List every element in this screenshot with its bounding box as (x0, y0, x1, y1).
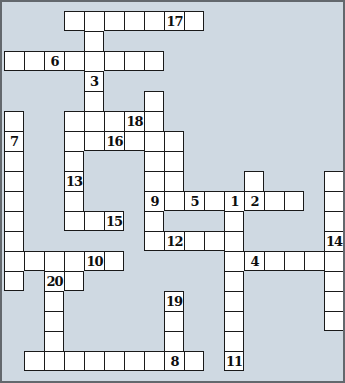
blocked-cell-r7c6 (124, 151, 144, 171)
blocked-cell-r15c5 (104, 311, 124, 331)
blocked-cell-r2c15 (304, 51, 324, 71)
blocked-cell-r14c7 (144, 291, 164, 311)
blocked-cell-r7c13 (264, 151, 284, 171)
grid-cell-r9c7[interactable]: 9 (144, 191, 164, 211)
blocked-cell-r15c3 (64, 311, 84, 331)
blocked-cell-r1c7 (144, 31, 164, 51)
grid-cell-r2c5[interactable] (104, 51, 124, 71)
blocked-cell-r12c8 (164, 251, 184, 271)
blocked-cell-r6c16 (324, 131, 344, 151)
clue-number-4: 4 (250, 255, 258, 268)
blocked-cell-r15c0 (4, 311, 24, 331)
grid-cell-r12c14[interactable] (284, 251, 304, 271)
grid-cell-r6c6[interactable] (124, 131, 144, 151)
grid-cell-r6c0[interactable]: 7 (4, 131, 24, 151)
crossword-board: 1763187161395121512141042019811 (2, 2, 345, 383)
blocked-cell-r14c5 (104, 291, 124, 311)
blocked-cell-r10c9 (184, 211, 204, 231)
blocked-cell-r8c1 (24, 171, 44, 191)
blocked-cell-r13c14 (284, 271, 304, 291)
blocked-cell-r13c5 (104, 271, 124, 291)
grid-cell-r1c4[interactable] (84, 31, 104, 51)
blocked-cell-r6c9 (184, 131, 204, 151)
blocked-cell-r7c15 (304, 151, 324, 171)
grid-cell-r0c8[interactable]: 17 (164, 11, 184, 31)
blocked-cell-r16c1 (24, 331, 44, 351)
grid-cell-r15c11[interactable] (224, 311, 244, 331)
blocked-cell-r3c16 (324, 71, 344, 91)
grid-cell-r15c8[interactable] (164, 311, 184, 331)
blocked-cell-r10c13 (264, 211, 284, 231)
blocked-cell-r16c12 (244, 331, 264, 351)
blocked-cell-r8c13 (264, 171, 284, 191)
grid-cell-r14c11[interactable] (224, 291, 244, 311)
blocked-cell-r1c15 (304, 31, 324, 51)
blocked-cell-r16c6 (124, 331, 144, 351)
grid-cell-r13c16[interactable] (324, 271, 344, 291)
blocked-cell-r17c0 (4, 351, 24, 371)
blocked-cell-r7c14 (284, 151, 304, 171)
blocked-cell-r3c11 (224, 71, 244, 91)
blocked-cell-r7c10 (204, 151, 224, 171)
blocked-cell-r13c10 (204, 271, 224, 291)
grid-cell-r2c0[interactable] (4, 51, 24, 71)
grid-cell-r7c0[interactable] (4, 151, 24, 171)
blocked-cell-r9c4 (84, 191, 104, 211)
grid-cell-r0c7[interactable] (144, 11, 164, 31)
grid-cell-r4c4[interactable] (84, 91, 104, 111)
blocked-cell-r0c16 (324, 11, 344, 31)
grid-cell-r11c9[interactable] (184, 231, 204, 251)
blocked-cell-r5c12 (244, 111, 264, 131)
blocked-cell-r5c10 (204, 111, 224, 131)
grid-cell-r14c16[interactable] (324, 291, 344, 311)
blocked-cell-r4c11 (224, 91, 244, 111)
blocked-cell-r7c9 (184, 151, 204, 171)
blocked-cell-r4c0 (4, 91, 24, 111)
grid-cell-r5c4[interactable] (84, 111, 104, 131)
blocked-cell-r17c13 (264, 351, 284, 371)
grid-cell-r2c1[interactable] (24, 51, 44, 71)
grid-cell-r12c13[interactable] (264, 251, 284, 271)
blocked-cell-r1c16 (324, 31, 344, 51)
grid-cell-r15c2[interactable] (44, 311, 64, 331)
blocked-cell-r0c12 (244, 11, 264, 31)
grid-cell-r17c7[interactable] (144, 351, 164, 371)
blocked-cell-r6c11 (224, 131, 244, 151)
blocked-cell-r17c10 (204, 351, 224, 371)
blocked-cell-r16c3 (64, 331, 84, 351)
blocked-cell-r14c9 (184, 291, 204, 311)
grid-cell-r7c7[interactable] (144, 151, 164, 171)
blocked-cell-r3c8 (164, 71, 184, 91)
grid-cell-r10c0[interactable] (4, 211, 24, 231)
blocked-cell-r16c15 (304, 331, 324, 351)
grid-cell-r0c3[interactable] (64, 11, 84, 31)
grid-cell-r12c16[interactable] (324, 251, 344, 271)
clue-number-8: 8 (170, 355, 178, 368)
grid-cell-r10c7[interactable] (144, 211, 164, 231)
blocked-cell-r13c4 (84, 271, 104, 291)
blocked-cell-r10c15 (304, 211, 324, 231)
clue-number-9: 9 (150, 195, 158, 208)
grid-cell-r17c3[interactable] (64, 351, 84, 371)
clue-number-6: 6 (50, 55, 58, 68)
grid-cell-r9c13[interactable] (264, 191, 284, 211)
grid-cell-r17c9[interactable] (184, 351, 204, 371)
grid-cell-r12c15[interactable] (304, 251, 324, 271)
grid-cell-r10c11[interactable] (224, 211, 244, 231)
blocked-cell-r3c10 (204, 71, 224, 91)
blocked-cell-r1c10 (204, 31, 224, 51)
blocked-cell-r16c10 (204, 331, 224, 351)
blocked-cell-r3c3 (64, 71, 84, 91)
blocked-cell-r10c1 (24, 211, 44, 231)
blocked-cell-r6c13 (264, 131, 284, 151)
grid-cell-r9c16[interactable] (324, 191, 344, 211)
grid-cell-r9c11[interactable]: 1 (224, 191, 244, 211)
blocked-cell-r10c2 (44, 211, 64, 231)
blocked-cell-r3c7 (144, 71, 164, 91)
blocked-cell-r4c15 (304, 91, 324, 111)
grid-cell-r10c3[interactable] (64, 211, 84, 231)
grid-cell-r6c4[interactable] (84, 131, 104, 151)
grid-cell-r2c6[interactable] (124, 51, 144, 71)
blocked-cell-r2c16 (324, 51, 344, 71)
blocked-cell-r10c12 (244, 211, 264, 231)
blocked-cell-r16c14 (284, 331, 304, 351)
grid-cell-r0c6[interactable] (124, 11, 144, 31)
grid-cell-r5c3[interactable] (64, 111, 84, 131)
clue-number-2: 2 (250, 195, 258, 208)
blocked-cell-r3c6 (124, 71, 144, 91)
clue-number-18: 18 (126, 115, 142, 128)
blocked-cell-r15c1 (24, 311, 44, 331)
blocked-cell-r0c14 (284, 11, 304, 31)
blocked-cell-r4c9 (184, 91, 204, 111)
blocked-cell-r0c0 (4, 11, 24, 31)
blocked-cell-r9c15 (304, 191, 324, 211)
clue-number-10: 10 (86, 255, 102, 268)
blocked-cell-r3c13 (264, 71, 284, 91)
grid-cell-r9c3[interactable] (64, 191, 84, 211)
grid-cell-r6c5[interactable]: 16 (104, 131, 124, 151)
blocked-cell-r8c4 (84, 171, 104, 191)
blocked-cell-r10c14 (284, 211, 304, 231)
grid-cell-r7c8[interactable] (164, 151, 184, 171)
grid-cell-r11c8[interactable]: 12 (164, 231, 184, 251)
blocked-cell-r1c6 (124, 31, 144, 51)
grid-cell-r11c16[interactable]: 14 (324, 231, 344, 251)
grid-cell-r12c2[interactable] (44, 251, 64, 271)
blocked-cell-r11c4 (84, 231, 104, 251)
blocked-cell-r6c10 (204, 131, 224, 151)
grid-cell-r13c11[interactable] (224, 271, 244, 291)
blocked-cell-r14c0 (4, 291, 24, 311)
blocked-cell-r10c10 (204, 211, 224, 231)
grid-cell-r12c11[interactable] (224, 251, 244, 271)
grid-cell-r12c1[interactable] (24, 251, 44, 271)
blocked-cell-r15c14 (284, 311, 304, 331)
grid-cell-r11c0[interactable] (4, 231, 24, 251)
blocked-cell-r13c15 (304, 271, 324, 291)
blocked-cell-r4c10 (204, 91, 224, 111)
blocked-cell-r11c2 (44, 231, 64, 251)
blocked-cell-r0c11 (224, 11, 244, 31)
clue-number-16: 16 (106, 135, 122, 148)
blocked-cell-r12c10 (204, 251, 224, 271)
blocked-cell-r9c5 (104, 191, 124, 211)
blocked-cell-r13c8 (164, 271, 184, 291)
blocked-cell-r14c4 (84, 291, 104, 311)
grid-cell-r4c7[interactable] (144, 91, 164, 111)
grid-cell-r17c2[interactable] (44, 351, 64, 371)
blocked-cell-r4c5 (104, 91, 124, 111)
blocked-cell-r3c2 (44, 71, 64, 91)
grid-cell-r2c2[interactable]: 6 (44, 51, 64, 71)
grid-cell-r10c5[interactable]: 15 (104, 211, 124, 231)
grid-cell-r8c7[interactable] (144, 171, 164, 191)
blocked-cell-r9c1 (24, 191, 44, 211)
blocked-cell-r4c3 (64, 91, 84, 111)
blocked-cell-r5c9 (184, 111, 204, 131)
blocked-cell-r2c9 (184, 51, 204, 71)
blocked-cell-r3c14 (284, 71, 304, 91)
blocked-cell-r8c14 (284, 171, 304, 191)
crossword-page: { "game": "crossword", "puzzle_type": "f… (0, 0, 345, 383)
grid-cell-r8c0[interactable] (4, 171, 24, 191)
grid-cell-r11c10[interactable] (204, 231, 224, 251)
blocked-cell-r4c12 (244, 91, 264, 111)
blocked-cell-r14c1 (24, 291, 44, 311)
grid-cell-r9c10[interactable] (204, 191, 224, 211)
blocked-cell-r13c6 (124, 271, 144, 291)
blocked-cell-r16c13 (264, 331, 284, 351)
blocked-cell-r8c6 (124, 171, 144, 191)
blocked-cell-r6c12 (244, 131, 264, 151)
blocked-cell-r14c6 (124, 291, 144, 311)
blocked-cell-r6c2 (44, 131, 64, 151)
blocked-cell-r9c6 (124, 191, 144, 211)
blocked-cell-r7c16 (324, 151, 344, 171)
blocked-cell-r16c9 (184, 331, 204, 351)
clue-number-13: 13 (66, 175, 82, 188)
clue-number-17: 17 (166, 15, 182, 28)
grid-cell-r16c2[interactable] (44, 331, 64, 351)
blocked-cell-r5c14 (284, 111, 304, 131)
grid-cell-r8c16[interactable] (324, 171, 344, 191)
blocked-cell-r0c1 (24, 11, 44, 31)
blocked-cell-r4c14 (284, 91, 304, 111)
blocked-cell-r14c12 (244, 291, 264, 311)
grid-cell-r14c8[interactable]: 19 (164, 291, 184, 311)
blocked-cell-r13c12 (244, 271, 264, 291)
blocked-cell-r11c3 (64, 231, 84, 251)
grid-cell-r0c5[interactable] (104, 11, 124, 31)
grid-cell-r7c3[interactable] (64, 151, 84, 171)
clue-number-19: 19 (166, 295, 182, 308)
grid-cell-r6c3[interactable] (64, 131, 84, 151)
grid-cell-r17c6[interactable] (124, 351, 144, 371)
blocked-cell-r1c2 (44, 31, 64, 51)
grid-cell-r17c1[interactable] (24, 351, 44, 371)
clue-number-20: 20 (46, 275, 62, 288)
grid-cell-r8c3[interactable]: 13 (64, 171, 84, 191)
blocked-cell-r5c1 (24, 111, 44, 131)
blocked-cell-r11c1 (24, 231, 44, 251)
blocked-cell-r13c7 (144, 271, 164, 291)
grid-cell-r17c5[interactable] (104, 351, 124, 371)
blocked-cell-r1c8 (164, 31, 184, 51)
grid-cell-r9c9[interactable]: 5 (184, 191, 204, 211)
blocked-cell-r2c12 (244, 51, 264, 71)
blocked-cell-r3c5 (104, 71, 124, 91)
blocked-cell-r6c15 (304, 131, 324, 151)
grid-cell-r13c0[interactable] (4, 271, 24, 291)
clue-number-1: 1 (230, 195, 238, 208)
blocked-cell-r2c10 (204, 51, 224, 71)
grid-cell-r0c4[interactable] (84, 11, 104, 31)
grid-cell-r5c7[interactable] (144, 111, 164, 131)
blocked-cell-r4c1 (24, 91, 44, 111)
blocked-cell-r5c16 (324, 111, 344, 131)
grid-cell-r3c4[interactable]: 3 (84, 71, 104, 91)
blocked-cell-r4c8 (164, 91, 184, 111)
grid-cell-r0c9[interactable] (184, 11, 204, 31)
blocked-cell-r7c2 (44, 151, 64, 171)
blocked-cell-r1c14 (284, 31, 304, 51)
grid-cell-r5c6[interactable]: 18 (124, 111, 144, 131)
blocked-cell-r7c1 (24, 151, 44, 171)
blocked-cell-r2c13 (264, 51, 284, 71)
clue-number-14: 14 (326, 235, 342, 248)
grid-cell-r12c4[interactable]: 10 (84, 251, 104, 271)
grid-cell-r16c11[interactable] (224, 331, 244, 351)
blocked-cell-r4c2 (44, 91, 64, 111)
grid-cell-r17c4[interactable] (84, 351, 104, 371)
blocked-cell-r11c12 (244, 231, 264, 251)
grid-cell-r12c5[interactable] (104, 251, 124, 271)
blocked-cell-r7c4 (84, 151, 104, 171)
grid-cell-r13c3[interactable] (64, 271, 84, 291)
blocked-cell-r5c11 (224, 111, 244, 131)
blocked-cell-r15c10 (204, 311, 224, 331)
blocked-cell-r3c12 (244, 71, 264, 91)
blocked-cell-r12c6 (124, 251, 144, 271)
grid-cell-r14c2[interactable] (44, 291, 64, 311)
blocked-cell-r5c2 (44, 111, 64, 131)
blocked-cell-r4c13 (264, 91, 284, 111)
blocked-cell-r8c11 (224, 171, 244, 191)
grid-cell-r13c2[interactable]: 20 (44, 271, 64, 291)
blocked-cell-r8c5 (104, 171, 124, 191)
grid-cell-r17c11[interactable]: 11 (224, 351, 244, 371)
blocked-cell-r11c6 (124, 231, 144, 251)
grid-cell-r9c12[interactable]: 2 (244, 191, 264, 211)
grid-cell-r6c8[interactable] (164, 131, 184, 151)
grid-cell-r2c4[interactable] (84, 51, 104, 71)
grid-cell-r8c8[interactable] (164, 171, 184, 191)
grid-cell-r12c3[interactable] (64, 251, 84, 271)
blocked-cell-r15c15 (304, 311, 324, 331)
blocked-cell-r1c11 (224, 31, 244, 51)
grid-cell-r12c12[interactable]: 4 (244, 251, 264, 271)
clue-number-7: 7 (10, 135, 18, 148)
grid-cell-r12c0[interactable] (4, 251, 24, 271)
blocked-cell-r16c0 (4, 331, 24, 351)
blocked-cell-r11c14 (284, 231, 304, 251)
grid-cell-r5c5[interactable] (104, 111, 124, 131)
blocked-cell-r7c5 (104, 151, 124, 171)
blocked-cell-r1c13 (264, 31, 284, 51)
grid-cell-r11c7[interactable] (144, 231, 164, 251)
blocked-cell-r15c4 (84, 311, 104, 331)
blocked-cell-r16c4 (84, 331, 104, 351)
grid-cell-r11c11[interactable] (224, 231, 244, 251)
blocked-cell-r3c9 (184, 71, 204, 91)
blocked-cell-r13c9 (184, 271, 204, 291)
blocked-cell-r14c15 (304, 291, 324, 311)
grid-cell-r8c12[interactable] (244, 171, 264, 191)
blocked-cell-r17c15 (304, 351, 324, 371)
blocked-cell-r4c16 (324, 91, 344, 111)
blocked-cell-r6c14 (284, 131, 304, 151)
blocked-cell-r15c7 (144, 311, 164, 331)
blocked-cell-r11c15 (304, 231, 324, 251)
blocked-cell-r2c8 (164, 51, 184, 71)
blocked-cell-r11c13 (264, 231, 284, 251)
clue-number-15: 15 (106, 215, 122, 228)
crossword-grid: 1763187161395121512141042019811 (4, 11, 344, 371)
blocked-cell-r13c13 (264, 271, 284, 291)
grid-cell-r10c4[interactable] (84, 211, 104, 231)
grid-cell-r2c3[interactable] (64, 51, 84, 71)
blocked-cell-r13c1 (24, 271, 44, 291)
grid-cell-r9c14[interactable] (284, 191, 304, 211)
blocked-cell-r3c0 (4, 71, 24, 91)
blocked-cell-r17c16 (324, 351, 344, 371)
blocked-cell-r10c6 (124, 211, 144, 231)
blocked-cell-r0c15 (304, 11, 324, 31)
grid-cell-r10c16[interactable] (324, 211, 344, 231)
blocked-cell-r5c13 (264, 111, 284, 131)
blocked-cell-r14c14 (284, 291, 304, 311)
blocked-cell-r12c7 (144, 251, 164, 271)
blocked-cell-r0c2 (44, 11, 64, 31)
blocked-cell-r5c15 (304, 111, 324, 131)
grid-cell-r9c8[interactable] (164, 191, 184, 211)
blocked-cell-r8c15 (304, 171, 324, 191)
blocked-cell-r2c11 (224, 51, 244, 71)
grid-cell-r2c7[interactable] (144, 51, 164, 71)
grid-cell-r6c7[interactable] (144, 131, 164, 151)
grid-cell-r9c0[interactable] (4, 191, 24, 211)
grid-cell-r16c8[interactable] (164, 331, 184, 351)
grid-cell-r17c8[interactable]: 8 (164, 351, 184, 371)
blocked-cell-r4c6 (124, 91, 144, 111)
clue-number-5: 5 (190, 195, 198, 208)
blocked-cell-r15c6 (124, 311, 144, 331)
blocked-cell-r1c0 (4, 31, 24, 51)
grid-cell-r5c0[interactable] (4, 111, 24, 131)
blocked-cell-r11c5 (104, 231, 124, 251)
blocked-cell-r1c9 (184, 31, 204, 51)
blocked-cell-r8c10 (204, 171, 224, 191)
grid-cell-r15c16[interactable] (324, 311, 344, 331)
blocked-cell-r2c14 (284, 51, 304, 71)
blocked-cell-r15c9 (184, 311, 204, 331)
blocked-cell-r16c5 (104, 331, 124, 351)
